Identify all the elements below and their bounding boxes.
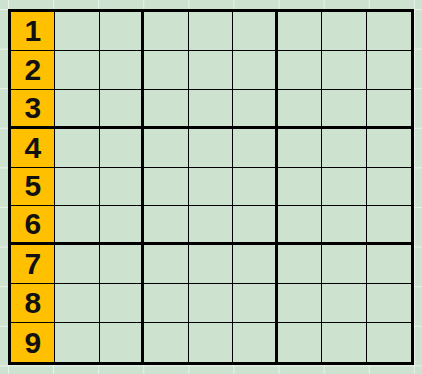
cell-r7c7[interactable] <box>278 245 322 284</box>
given-digit-r2c1[interactable]: 2 <box>11 51 55 90</box>
cell-r2c3[interactable] <box>100 51 144 90</box>
cell-r8c5[interactable] <box>189 284 233 323</box>
cell-r7c8[interactable] <box>322 245 366 284</box>
cell-r9c6[interactable] <box>233 323 277 362</box>
cell-r5c5[interactable] <box>189 168 233 207</box>
cell-r6c7[interactable] <box>278 206 322 245</box>
cell-r5c4[interactable] <box>144 168 188 207</box>
cell-r6c4[interactable] <box>144 206 188 245</box>
cell-r5c8[interactable] <box>322 168 366 207</box>
cell-r9c8[interactable] <box>322 323 366 362</box>
cell-r5c2[interactable] <box>55 168 99 207</box>
cell-r1c5[interactable] <box>189 12 233 51</box>
cell-r3c6[interactable] <box>233 90 277 129</box>
cell-r5c3[interactable] <box>100 168 144 207</box>
cell-r1c7[interactable] <box>278 12 322 51</box>
cell-r3c5[interactable] <box>189 90 233 129</box>
cell-r4c5[interactable] <box>189 129 233 168</box>
cell-r7c9[interactable] <box>367 245 411 284</box>
cell-r3c8[interactable] <box>322 90 366 129</box>
cell-r8c8[interactable] <box>322 284 366 323</box>
cell-r4c4[interactable] <box>144 129 188 168</box>
cell-r8c9[interactable] <box>367 284 411 323</box>
cell-r5c6[interactable] <box>233 168 277 207</box>
cell-r9c7[interactable] <box>278 323 322 362</box>
cell-r1c4[interactable] <box>144 12 188 51</box>
given-digit-r4c1[interactable]: 4 <box>11 129 55 168</box>
given-digit-r3c1[interactable]: 3 <box>11 90 55 129</box>
cell-r7c4[interactable] <box>144 245 188 284</box>
cell-r7c2[interactable] <box>55 245 99 284</box>
cell-r6c2[interactable] <box>55 206 99 245</box>
given-digit-r7c1[interactable]: 7 <box>11 245 55 284</box>
cell-r3c4[interactable] <box>144 90 188 129</box>
cell-r2c4[interactable] <box>144 51 188 90</box>
cell-r4c2[interactable] <box>55 129 99 168</box>
cell-r7c3[interactable] <box>100 245 144 284</box>
cell-r9c4[interactable] <box>144 323 188 362</box>
cell-r8c2[interactable] <box>55 284 99 323</box>
cell-r3c7[interactable] <box>278 90 322 129</box>
cell-r4c8[interactable] <box>322 129 366 168</box>
cell-r1c9[interactable] <box>367 12 411 51</box>
cell-r5c7[interactable] <box>278 168 322 207</box>
cell-r2c7[interactable] <box>278 51 322 90</box>
cell-r2c9[interactable] <box>367 51 411 90</box>
cell-r6c3[interactable] <box>100 206 144 245</box>
cell-r7c5[interactable] <box>189 245 233 284</box>
cell-r6c8[interactable] <box>322 206 366 245</box>
cell-r9c5[interactable] <box>189 323 233 362</box>
cell-r9c3[interactable] <box>100 323 144 362</box>
cell-r4c7[interactable] <box>278 129 322 168</box>
cell-r2c8[interactable] <box>322 51 366 90</box>
cell-r1c2[interactable] <box>55 12 99 51</box>
sudoku-board: 123456789 <box>8 9 414 365</box>
cell-r8c3[interactable] <box>100 284 144 323</box>
given-digit-r6c1[interactable]: 6 <box>11 206 55 245</box>
cell-r1c6[interactable] <box>233 12 277 51</box>
cell-r9c9[interactable] <box>367 323 411 362</box>
cell-r7c6[interactable] <box>233 245 277 284</box>
cell-r4c9[interactable] <box>367 129 411 168</box>
cell-r3c2[interactable] <box>55 90 99 129</box>
cell-r1c8[interactable] <box>322 12 366 51</box>
cell-r6c9[interactable] <box>367 206 411 245</box>
cell-r2c2[interactable] <box>55 51 99 90</box>
given-digit-r5c1[interactable]: 5 <box>11 168 55 207</box>
given-digit-r8c1[interactable]: 8 <box>11 284 55 323</box>
cell-r2c5[interactable] <box>189 51 233 90</box>
cell-r8c7[interactable] <box>278 284 322 323</box>
cell-r4c3[interactable] <box>100 129 144 168</box>
given-digit-r9c1[interactable]: 9 <box>11 323 55 362</box>
cell-r6c6[interactable] <box>233 206 277 245</box>
cell-r5c9[interactable] <box>367 168 411 207</box>
cell-r9c2[interactable] <box>55 323 99 362</box>
cell-r1c3[interactable] <box>100 12 144 51</box>
given-digit-r1c1[interactable]: 1 <box>11 12 55 51</box>
cell-r3c9[interactable] <box>367 90 411 129</box>
cell-r4c6[interactable] <box>233 129 277 168</box>
cell-r2c6[interactable] <box>233 51 277 90</box>
cell-r8c4[interactable] <box>144 284 188 323</box>
cell-r6c5[interactable] <box>189 206 233 245</box>
cell-r8c6[interactable] <box>233 284 277 323</box>
cell-r3c3[interactable] <box>100 90 144 129</box>
